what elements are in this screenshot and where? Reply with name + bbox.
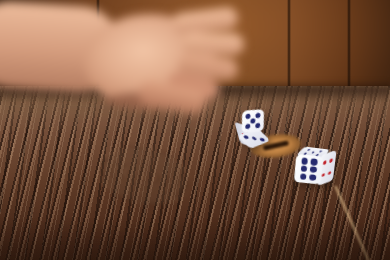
die-pip bbox=[329, 158, 333, 163]
die-pip bbox=[301, 158, 308, 165]
die-pip bbox=[250, 118, 255, 124]
die-pip bbox=[300, 173, 307, 180]
middle-finger bbox=[182, 32, 244, 55]
die-pip bbox=[243, 135, 249, 139]
die-pip bbox=[310, 166, 317, 173]
die-pip bbox=[255, 123, 260, 129]
die-pip bbox=[255, 113, 260, 119]
die-pip bbox=[311, 159, 318, 166]
die-1-top-face bbox=[242, 109, 264, 133]
die-pip bbox=[245, 124, 250, 130]
die-pip bbox=[251, 136, 257, 140]
die-pip bbox=[319, 150, 323, 152]
die-pip bbox=[327, 171, 331, 176]
die-pip bbox=[309, 174, 316, 181]
die-pip bbox=[300, 165, 307, 172]
die-2 bbox=[291, 146, 338, 195]
index-finger bbox=[171, 6, 239, 36]
photo-scene bbox=[0, 0, 390, 260]
die-pip bbox=[259, 137, 265, 141]
die-pip bbox=[311, 151, 315, 153]
die-pip bbox=[307, 149, 311, 151]
die-pip bbox=[245, 114, 250, 120]
die-pip bbox=[322, 161, 326, 166]
throwing-hand bbox=[0, 0, 390, 260]
die-2-front-face bbox=[294, 154, 323, 184]
